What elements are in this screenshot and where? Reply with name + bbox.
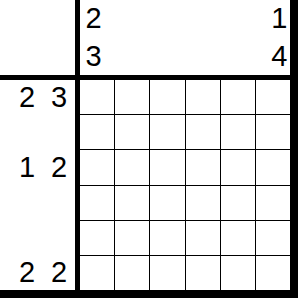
grid-cell[interactable]	[186, 256, 220, 290]
grid-cell[interactable]	[256, 115, 290, 149]
grid-cell[interactable]	[150, 150, 184, 184]
row-clue-4	[0, 185, 75, 220]
column-clue-number	[149, 38, 186, 76]
grid-cell[interactable]	[80, 80, 114, 114]
row-clues: 2 3 1 2 2 2	[0, 80, 75, 290]
grid-cell[interactable]	[256, 221, 290, 255]
row-clue-number: 2	[11, 83, 43, 112]
column-clue-number	[149, 0, 186, 38]
column-clue-number	[224, 38, 261, 76]
column-clue-number	[187, 0, 224, 38]
grid-cell[interactable]	[186, 221, 220, 255]
row-clue-6: 2 2	[0, 255, 75, 290]
grid-cell[interactable]	[221, 150, 255, 184]
grid-cell[interactable]	[150, 80, 184, 114]
grid-cell[interactable]	[115, 186, 149, 220]
puzzle-grid	[80, 80, 290, 290]
row-clue-number: 2	[11, 258, 43, 287]
row-clue-number: 1	[11, 153, 43, 182]
column-clue-number	[112, 0, 149, 38]
column-clue-number: 3	[75, 38, 112, 76]
grid-cell[interactable]	[150, 256, 184, 290]
grid-cell[interactable]	[115, 221, 149, 255]
row-clue-2	[0, 115, 75, 150]
row-clue-1: 2 3	[0, 80, 75, 115]
grid-cell[interactable]	[80, 256, 114, 290]
column-clue-1: 2 3	[75, 0, 112, 75]
grid-cell[interactable]	[221, 221, 255, 255]
grid-cell[interactable]	[221, 256, 255, 290]
grid-cell[interactable]	[256, 186, 290, 220]
grid-cell[interactable]	[186, 80, 220, 114]
grid-cell[interactable]	[186, 150, 220, 184]
clue-grid-horizontal-separator	[0, 75, 298, 80]
row-clue-number: 2	[43, 258, 75, 287]
grid-cell[interactable]	[221, 80, 255, 114]
grid-cell[interactable]	[115, 115, 149, 149]
grid-cell[interactable]	[221, 115, 255, 149]
column-clue-number	[187, 38, 224, 76]
column-clue-2	[112, 0, 149, 75]
grid-cell[interactable]	[80, 115, 114, 149]
column-clue-5	[224, 0, 261, 75]
grid-cell[interactable]	[80, 186, 114, 220]
grid-cell[interactable]	[150, 186, 184, 220]
column-clue-number	[224, 0, 261, 38]
column-clue-3	[149, 0, 186, 75]
clue-grid-vertical-separator	[75, 0, 80, 298]
grid-cell[interactable]	[115, 80, 149, 114]
grid-cell[interactable]	[221, 186, 255, 220]
row-clue-number: 3	[43, 83, 75, 112]
grid-cell[interactable]	[150, 115, 184, 149]
grid-cell[interactable]	[256, 150, 290, 184]
grid-cell[interactable]	[256, 80, 290, 114]
column-clue-number: 2	[75, 0, 112, 38]
grid-cell[interactable]	[115, 256, 149, 290]
grid-cell[interactable]	[186, 115, 220, 149]
row-clue-5	[0, 220, 75, 255]
board-right-border	[290, 0, 298, 298]
grid-cell[interactable]	[150, 221, 184, 255]
nonogram-puzzle: 2 3 1 4 2 3	[0, 0, 298, 298]
grid-cell[interactable]	[115, 150, 149, 184]
grid-cell[interactable]	[80, 150, 114, 184]
grid-cell[interactable]	[186, 186, 220, 220]
board-bottom-border	[0, 290, 298, 298]
column-clue-number	[112, 38, 149, 76]
row-clue-number: 2	[43, 153, 75, 182]
grid-cell[interactable]	[80, 221, 114, 255]
grid-cell[interactable]	[256, 256, 290, 290]
row-clue-3: 1 2	[0, 150, 75, 185]
column-clue-4	[187, 0, 224, 75]
column-clues: 2 3 1 4	[75, 0, 298, 75]
